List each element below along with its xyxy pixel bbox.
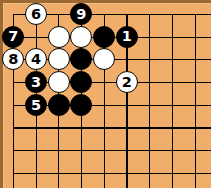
stone-white-4-c2r3: 4 bbox=[25, 48, 47, 70]
stone-white-8-c1r3: 8 bbox=[2, 48, 24, 70]
go-diagram: 697184325 bbox=[0, 0, 211, 188]
go-board: 697184325 bbox=[0, 0, 211, 188]
stone-white-c3r2 bbox=[48, 26, 70, 48]
stone-black-5-c2r5: 5 bbox=[25, 94, 47, 116]
stone-black-c3r5 bbox=[48, 94, 70, 116]
stone-black-c4r4 bbox=[70, 71, 92, 93]
stone-white-c5r3 bbox=[93, 48, 115, 70]
stone-black-1-c6r2: 1 bbox=[116, 26, 138, 48]
stone-white-c3r3 bbox=[48, 48, 70, 70]
stone-white-6-c2r1: 6 bbox=[25, 3, 47, 25]
stone-white-c4r2 bbox=[70, 26, 92, 48]
stone-white-2-c6r4: 2 bbox=[116, 71, 138, 93]
stone-white-c3r4 bbox=[48, 71, 70, 93]
stone-black-c4r3 bbox=[70, 48, 92, 70]
stone-black-9-c4r1: 9 bbox=[70, 3, 92, 25]
stone-black-c5r2 bbox=[93, 26, 115, 48]
stones-layer: 697184325 bbox=[2, 3, 206, 185]
stone-black-7-c1r2: 7 bbox=[2, 26, 24, 48]
stone-black-c4r5 bbox=[70, 94, 92, 116]
stone-black-3-c2r4: 3 bbox=[25, 71, 47, 93]
